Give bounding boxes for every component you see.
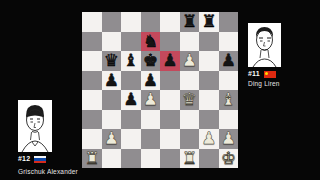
square-a8 <box>82 12 102 32</box>
square-g4 <box>199 90 219 110</box>
square-g2: ♟ <box>199 129 219 149</box>
left-player-meta: #12 <box>18 155 46 163</box>
square-b3 <box>102 110 122 130</box>
square-c3 <box>121 110 141 130</box>
right-player-rank-badge: #11 <box>248 70 260 78</box>
piece-black-bishop-c6: ♝ <box>123 51 138 70</box>
square-d4: ♟ <box>141 90 161 110</box>
piece-white-pawn-f6: ♟ <box>182 51 197 70</box>
piece-white-pawn-g2: ♟ <box>201 129 216 148</box>
russia-flag-icon <box>34 156 46 163</box>
square-b4 <box>102 90 122 110</box>
square-c6: ♝ <box>121 51 141 71</box>
square-a6 <box>82 51 102 71</box>
piece-black-pawn-c4: ♟ <box>123 90 138 109</box>
ding-liren-portrait <box>248 23 281 67</box>
square-c7 <box>121 32 141 52</box>
square-c8 <box>121 12 141 32</box>
square-d3 <box>141 110 161 130</box>
square-e2 <box>160 129 180 149</box>
chess-board: ♜♜♞♛♝♚♟♟♟♟♟♟♟♛♝♟♟♟♜♜♚ <box>82 12 238 168</box>
square-e3 <box>160 110 180 130</box>
square-h5 <box>219 71 239 91</box>
piece-white-pawn-h2: ♟ <box>221 129 236 148</box>
piece-black-pawn-d5: ♟ <box>143 71 158 90</box>
square-h2: ♟ <box>219 129 239 149</box>
square-a2 <box>82 129 102 149</box>
left-player-name: Grischuk Alexander <box>18 168 78 176</box>
square-g1 <box>199 149 219 169</box>
piece-white-pawn-b2: ♟ <box>104 129 119 148</box>
piece-white-bishop-h4: ♝ <box>221 90 236 109</box>
square-e7 <box>160 32 180 52</box>
square-b1 <box>102 149 122 169</box>
square-b5: ♟ <box>102 71 122 91</box>
square-b6: ♛ <box>102 51 122 71</box>
square-h7 <box>219 32 239 52</box>
square-f6: ♟ <box>180 51 200 71</box>
square-a7 <box>82 32 102 52</box>
square-g6 <box>199 51 219 71</box>
square-e4 <box>160 90 180 110</box>
piece-black-pawn-e6: ♟ <box>162 51 177 70</box>
piece-white-pawn-d4: ♟ <box>143 90 158 109</box>
piece-white-rook-a1: ♜ <box>84 149 99 168</box>
square-f2 <box>180 129 200 149</box>
square-b2: ♟ <box>102 129 122 149</box>
piece-black-queen-b6: ♛ <box>104 51 119 70</box>
ding-liren-portrait-drawing <box>248 23 281 67</box>
square-e1 <box>160 149 180 169</box>
square-d8 <box>141 12 161 32</box>
square-c4: ♟ <box>121 90 141 110</box>
square-f5 <box>180 71 200 91</box>
square-f3 <box>180 110 200 130</box>
square-b8 <box>102 12 122 32</box>
square-c2 <box>121 129 141 149</box>
square-c5 <box>121 71 141 91</box>
china-flag-icon <box>264 71 276 78</box>
right-player-name: Ding Liren <box>248 80 280 88</box>
square-a5 <box>82 71 102 91</box>
square-h6: ♟ <box>219 51 239 71</box>
piece-white-king-h1: ♚ <box>221 149 236 168</box>
square-d7: ♞ <box>141 32 161 52</box>
square-f7 <box>180 32 200 52</box>
right-player-meta: #11 <box>248 70 276 78</box>
square-h8 <box>219 12 239 32</box>
piece-black-pawn-b5: ♟ <box>104 71 119 90</box>
square-g5 <box>199 71 219 91</box>
china-flag-star <box>265 72 268 75</box>
square-e5 <box>160 71 180 91</box>
square-d6: ♚ <box>141 51 161 71</box>
square-c1 <box>121 149 141 169</box>
square-g8: ♜ <box>199 12 219 32</box>
square-f1: ♜ <box>180 149 200 169</box>
piece-black-knight-d7: ♞ <box>143 32 158 51</box>
square-d5: ♟ <box>141 71 161 91</box>
piece-black-rook-g8: ♜ <box>201 12 216 31</box>
square-g3 <box>199 110 219 130</box>
piece-black-rook-f8: ♜ <box>182 12 197 31</box>
square-h3 <box>219 110 239 130</box>
left-player-rank-badge: #12 <box>18 155 30 163</box>
square-a1: ♜ <box>82 149 102 169</box>
piece-black-pawn-h6: ♟ <box>221 51 236 70</box>
square-b7 <box>102 32 122 52</box>
square-g7 <box>199 32 219 52</box>
square-e6: ♟ <box>160 51 180 71</box>
square-e8 <box>160 12 180 32</box>
square-f4: ♛ <box>180 90 200 110</box>
square-d1 <box>141 149 161 169</box>
square-f8: ♜ <box>180 12 200 32</box>
broadcast-frame: { "game": "chess", "position": "5rr1/3n4… <box>0 0 320 180</box>
square-h1: ♚ <box>219 149 239 169</box>
grischuk-portrait-drawing <box>18 100 52 152</box>
square-a4 <box>82 90 102 110</box>
square-a3 <box>82 110 102 130</box>
square-d2 <box>141 129 161 149</box>
piece-white-queen-f4: ♛ <box>182 90 197 109</box>
piece-black-king-d6: ♚ <box>143 51 158 70</box>
grischuk-portrait <box>18 100 52 152</box>
square-h4: ♝ <box>219 90 239 110</box>
piece-white-rook-f1: ♜ <box>182 149 197 168</box>
